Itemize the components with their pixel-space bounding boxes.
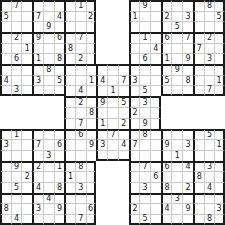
cell-r7c16[interactable] xyxy=(161,64,172,75)
cell-r19c1[interactable] xyxy=(0,193,11,204)
cell-r12c15[interactable] xyxy=(150,118,161,129)
cell-r13c18[interactable] xyxy=(182,129,193,140)
cell-r19c14[interactable] xyxy=(139,193,150,204)
cell-r2c1[interactable]: 5 xyxy=(0,11,11,22)
cell-r6c15[interactable] xyxy=(150,53,161,64)
cell-r16c20[interactable]: 3 xyxy=(204,161,215,172)
cell-r1c5[interactable] xyxy=(43,0,54,11)
cell-r12c12[interactable]: 2 xyxy=(118,118,129,129)
cell-r10c9[interactable] xyxy=(86,96,97,107)
cell-r3c1[interactable] xyxy=(0,21,11,32)
cell-r16c1[interactable] xyxy=(0,161,11,172)
cell-r4c6[interactable]: 6 xyxy=(54,32,65,43)
cell-r13c12[interactable] xyxy=(118,129,129,140)
cell-r9c8[interactable]: 4 xyxy=(75,85,86,96)
cell-r12c14[interactable]: 9 xyxy=(139,118,150,129)
cell-r15c16[interactable] xyxy=(161,150,172,161)
cell-r6c13[interactable] xyxy=(129,53,140,64)
cell-r18c20[interactable]: 4 xyxy=(204,182,215,193)
cell-r21c1[interactable] xyxy=(0,214,11,225)
cell-r2c21[interactable]: 5 xyxy=(214,11,225,22)
cell-r20c16[interactable]: 4 xyxy=(161,203,172,214)
cell-r7c9[interactable] xyxy=(86,64,97,75)
cell-r15c4[interactable] xyxy=(32,150,43,161)
cell-r5c20[interactable] xyxy=(204,43,215,54)
cell-r18c1[interactable] xyxy=(0,182,11,193)
cell-r19c2[interactable] xyxy=(11,193,22,204)
cell-r16c18[interactable]: 4 xyxy=(182,161,193,172)
cell-r18c3[interactable] xyxy=(21,182,32,193)
cell-r13c3[interactable] xyxy=(21,129,32,140)
cell-r16c4[interactable]: 2 xyxy=(32,161,43,172)
cell-r9c21[interactable] xyxy=(214,85,225,96)
cell-r15c20[interactable] xyxy=(204,150,215,161)
cell-r11c7[interactable] xyxy=(64,107,75,118)
cell-r19c15[interactable] xyxy=(150,193,161,204)
cell-r13c13[interactable] xyxy=(129,129,140,140)
cell-r10c14[interactable]: 3 xyxy=(139,96,150,107)
cell-r8c18[interactable]: 8 xyxy=(182,75,193,86)
cell-r13c15[interactable] xyxy=(150,129,161,140)
cell-r20c7[interactable] xyxy=(64,203,75,214)
cell-r13c19[interactable] xyxy=(193,129,204,140)
cell-r5c3[interactable]: 1 xyxy=(21,43,32,54)
cell-r7c1[interactable] xyxy=(0,64,11,75)
cell-r3c14[interactable] xyxy=(139,21,150,32)
cell-r5c19[interactable]: 7 xyxy=(193,43,204,54)
cell-r13c17[interactable] xyxy=(171,129,182,140)
cell-r2c9[interactable]: 2 xyxy=(86,11,97,22)
cell-r7c2[interactable] xyxy=(11,64,22,75)
cell-r21c4[interactable] xyxy=(32,214,43,225)
cell-r3c17[interactable]: 5 xyxy=(171,21,182,32)
cell-r8c8[interactable] xyxy=(75,75,86,86)
cell-r9c6[interactable] xyxy=(54,85,65,96)
cell-r21c7[interactable] xyxy=(64,214,75,225)
cell-r11c13[interactable]: 2 xyxy=(129,107,140,118)
cell-r5c7[interactable]: 8 xyxy=(64,43,75,54)
cell-r15c19[interactable] xyxy=(193,150,204,161)
cell-r17c3[interactable]: 2 xyxy=(21,171,32,182)
cell-r5c13[interactable] xyxy=(129,43,140,54)
cell-r6c20[interactable]: 3 xyxy=(204,53,215,64)
cell-r15c2[interactable] xyxy=(11,150,22,161)
cell-r17c1[interactable] xyxy=(0,171,11,182)
cell-r5c9[interactable] xyxy=(86,43,97,54)
cell-r5c15[interactable]: 4 xyxy=(150,43,161,54)
cell-r16c16[interactable]: 6 xyxy=(161,161,172,172)
cell-r17c16[interactable] xyxy=(161,171,172,182)
cell-r9c11[interactable]: 1 xyxy=(107,85,118,96)
cell-r6c5[interactable] xyxy=(43,53,54,64)
cell-r4c17[interactable] xyxy=(171,32,182,43)
cell-r3c2[interactable] xyxy=(11,21,22,32)
cell-r3c15[interactable] xyxy=(150,21,161,32)
cell-r9c16[interactable] xyxy=(161,85,172,96)
cell-r16c5[interactable] xyxy=(43,161,54,172)
cell-r15c9[interactable] xyxy=(86,150,97,161)
cell-r19c19[interactable] xyxy=(193,193,204,204)
cell-r19c6[interactable] xyxy=(54,193,65,204)
cell-r7c6[interactable] xyxy=(54,64,65,75)
cell-r1c7[interactable] xyxy=(64,0,75,11)
cell-r5c1[interactable] xyxy=(0,43,11,54)
cell-r19c17[interactable]: 3 xyxy=(171,193,182,204)
cell-r3c16[interactable] xyxy=(161,21,172,32)
cell-r4c16[interactable]: 6 xyxy=(161,32,172,43)
cell-r4c9[interactable] xyxy=(86,32,97,43)
cell-r12c10[interactable]: 1 xyxy=(96,118,107,129)
cell-r17c19[interactable]: 8 xyxy=(193,171,204,182)
cell-r21c21[interactable] xyxy=(214,214,225,225)
cell-r16c8[interactable]: 8 xyxy=(75,161,86,172)
cell-r17c17[interactable] xyxy=(171,171,182,182)
cell-r11c11[interactable] xyxy=(107,107,118,118)
cell-r2c6[interactable]: 4 xyxy=(54,11,65,22)
cell-r13c1[interactable] xyxy=(0,129,11,140)
cell-r20c3[interactable] xyxy=(21,203,32,214)
cell-r17c21[interactable] xyxy=(214,171,225,182)
cell-r6c14[interactable]: 6 xyxy=(139,53,150,64)
cell-r17c2[interactable] xyxy=(11,171,22,182)
cell-r21c20[interactable]: 8 xyxy=(204,214,215,225)
cell-r11c9[interactable]: 8 xyxy=(86,107,97,118)
cell-r8c19[interactable] xyxy=(193,75,204,86)
cell-r3c7[interactable] xyxy=(64,21,75,32)
cell-r4c1[interactable] xyxy=(0,32,11,43)
cell-r21c16[interactable] xyxy=(161,214,172,225)
cell-r14c3[interactable] xyxy=(21,139,32,150)
cell-r19c4[interactable] xyxy=(32,193,43,204)
cell-r20c8[interactable] xyxy=(75,203,86,214)
cell-r17c9[interactable] xyxy=(86,171,97,182)
cell-r20c18[interactable]: 9 xyxy=(182,203,193,214)
cell-r1c19[interactable] xyxy=(193,0,204,11)
cell-r11c8[interactable] xyxy=(75,107,86,118)
cell-r6c3[interactable] xyxy=(21,53,32,64)
cell-r2c19[interactable] xyxy=(193,11,204,22)
cell-r5c18[interactable] xyxy=(182,43,193,54)
cell-r21c3[interactable] xyxy=(21,214,32,225)
cell-r20c9[interactable]: 6 xyxy=(86,203,97,214)
cell-r8c14[interactable] xyxy=(139,75,150,86)
cell-r21c14[interactable]: 5 xyxy=(139,214,150,225)
cell-r4c2[interactable]: 2 xyxy=(11,32,22,43)
cell-r9c17[interactable] xyxy=(171,85,182,96)
cell-r4c14[interactable]: 1 xyxy=(139,32,150,43)
cell-r6c19[interactable] xyxy=(193,53,204,64)
cell-r6c21[interactable] xyxy=(214,53,225,64)
cell-r20c17[interactable] xyxy=(171,203,182,214)
cell-r5c8[interactable] xyxy=(75,43,86,54)
cell-r3c13[interactable] xyxy=(129,21,140,32)
cell-r15c11[interactable] xyxy=(107,150,118,161)
cell-r21c8[interactable]: 7 xyxy=(75,214,86,225)
cell-r3c3[interactable] xyxy=(21,21,32,32)
cell-r20c21[interactable]: 3 xyxy=(214,203,225,214)
cell-r7c13[interactable] xyxy=(129,64,140,75)
cell-r3c4[interactable] xyxy=(32,21,43,32)
cell-r14c11[interactable] xyxy=(107,139,118,150)
cell-r15c1[interactable] xyxy=(0,150,11,161)
cell-r11c15[interactable] xyxy=(150,107,161,118)
cell-r8c13[interactable]: 3 xyxy=(129,75,140,86)
cell-r13c16[interactable] xyxy=(161,129,172,140)
cell-r7c4[interactable] xyxy=(32,64,43,75)
cell-r17c6[interactable] xyxy=(54,171,65,182)
cell-r8c6[interactable]: 5 xyxy=(54,75,65,86)
cell-r15c5[interactable]: 3 xyxy=(43,150,54,161)
cell-r3c5[interactable]: 9 xyxy=(43,21,54,32)
cell-r9c12[interactable] xyxy=(118,85,129,96)
cell-r13c8[interactable]: 6 xyxy=(75,129,86,140)
cell-r8c4[interactable]: 3 xyxy=(32,75,43,86)
cell-r21c5[interactable] xyxy=(43,214,54,225)
cell-r6c4[interactable]: 1 xyxy=(32,53,43,64)
cell-r16c15[interactable] xyxy=(150,161,161,172)
cell-r9c2[interactable]: 3 xyxy=(11,85,22,96)
cell-r18c17[interactable] xyxy=(171,182,182,193)
cell-r2c5[interactable] xyxy=(43,11,54,22)
cell-r1c18[interactable] xyxy=(182,0,193,11)
cell-r17c13[interactable] xyxy=(129,171,140,182)
cell-r9c20[interactable]: 7 xyxy=(204,85,215,96)
cell-r5c14[interactable] xyxy=(139,43,150,54)
cell-r8c20[interactable] xyxy=(204,75,215,86)
cell-r9c14[interactable]: 5 xyxy=(139,85,150,96)
cell-r15c17[interactable]: 1 xyxy=(171,150,182,161)
cell-r18c7[interactable] xyxy=(64,182,75,193)
cell-r14c20[interactable] xyxy=(204,139,215,150)
cell-r18c5[interactable] xyxy=(43,182,54,193)
cell-r4c15[interactable] xyxy=(150,32,161,43)
cell-r1c17[interactable] xyxy=(171,0,182,11)
cell-r2c20[interactable] xyxy=(204,11,215,22)
cell-r18c4[interactable]: 4 xyxy=(32,182,43,193)
cell-r9c13[interactable] xyxy=(129,85,140,96)
cell-r17c5[interactable] xyxy=(43,171,54,182)
cell-r18c16[interactable]: 8 xyxy=(161,182,172,193)
cell-r1c3[interactable] xyxy=(21,0,32,11)
cell-r13c20[interactable]: 5 xyxy=(204,129,215,140)
cell-r13c6[interactable] xyxy=(54,129,65,140)
cell-r18c15[interactable] xyxy=(150,182,161,193)
cell-r20c13[interactable]: 2 xyxy=(129,203,140,214)
cell-r3c20[interactable] xyxy=(204,21,215,32)
cell-r10c15[interactable] xyxy=(150,96,161,107)
cell-r14c7[interactable] xyxy=(64,139,75,150)
cell-r9c10[interactable] xyxy=(96,85,107,96)
cell-r15c8[interactable] xyxy=(75,150,86,161)
cell-r10c10[interactable]: 9 xyxy=(96,96,107,107)
cell-r21c9[interactable] xyxy=(86,214,97,225)
cell-r15c13[interactable] xyxy=(129,150,140,161)
cell-r4c21[interactable] xyxy=(214,32,225,43)
cell-r7c10[interactable] xyxy=(96,64,107,75)
cell-r13c9[interactable] xyxy=(86,129,97,140)
cell-r5c16[interactable] xyxy=(161,43,172,54)
cell-r3c19[interactable] xyxy=(193,21,204,32)
cell-r18c21[interactable] xyxy=(214,182,225,193)
cell-r5c6[interactable] xyxy=(54,43,65,54)
cell-r19c13[interactable] xyxy=(129,193,140,204)
cell-r6c8[interactable]: 2 xyxy=(75,53,86,64)
cell-r6c18[interactable]: 9 xyxy=(182,53,193,64)
cell-r14c18[interactable]: 3 xyxy=(182,139,193,150)
cell-r14c15[interactable] xyxy=(150,139,161,150)
cell-r18c14[interactable]: 3 xyxy=(139,182,150,193)
cell-r10c7[interactable] xyxy=(64,96,75,107)
cell-r18c6[interactable]: 8 xyxy=(54,182,65,193)
cell-r10c12[interactable]: 5 xyxy=(118,96,129,107)
cell-r2c18[interactable]: 3 xyxy=(182,11,193,22)
cell-r12c11[interactable] xyxy=(107,118,118,129)
cell-r13c11[interactable]: 7 xyxy=(107,129,118,140)
cell-r4c5[interactable] xyxy=(43,32,54,43)
cell-r3c8[interactable] xyxy=(75,21,86,32)
cell-r8c2[interactable] xyxy=(11,75,22,86)
cell-r13c5[interactable] xyxy=(43,129,54,140)
cell-r1c16[interactable] xyxy=(161,0,172,11)
cell-r16c17[interactable] xyxy=(171,161,182,172)
cell-r20c6[interactable]: 9 xyxy=(54,203,65,214)
cell-r8c1[interactable]: 4 xyxy=(0,75,11,86)
cell-r20c2[interactable] xyxy=(11,203,22,214)
cell-r18c13[interactable] xyxy=(129,182,140,193)
cell-r19c18[interactable] xyxy=(182,193,193,204)
cell-r14c5[interactable] xyxy=(43,139,54,150)
cell-r20c14[interactable] xyxy=(139,203,150,214)
cell-r14c16[interactable]: 9 xyxy=(161,139,172,150)
cell-r7c18[interactable] xyxy=(182,64,193,75)
cell-r17c4[interactable] xyxy=(32,171,43,182)
cell-r7c11[interactable] xyxy=(107,64,118,75)
cell-r8c10[interactable]: 4 xyxy=(96,75,107,86)
cell-r7c8[interactable] xyxy=(75,64,86,75)
cell-r7c17[interactable]: 9 xyxy=(171,64,182,75)
cell-r7c15[interactable] xyxy=(150,64,161,75)
cell-r21c2[interactable]: 4 xyxy=(11,214,22,225)
cell-r12c7[interactable] xyxy=(64,118,75,129)
cell-r7c21[interactable] xyxy=(214,64,225,75)
cell-r15c21[interactable] xyxy=(214,150,225,161)
cell-r1c8[interactable]: 1 xyxy=(75,0,86,11)
cell-r19c16[interactable] xyxy=(161,193,172,204)
cell-r14c14[interactable] xyxy=(139,139,150,150)
cell-r18c18[interactable]: 2 xyxy=(182,182,193,193)
cell-r10c11[interactable] xyxy=(107,96,118,107)
cell-r19c7[interactable] xyxy=(64,193,75,204)
cell-r7c5[interactable]: 8 xyxy=(43,64,54,75)
cell-r10c13[interactable] xyxy=(129,96,140,107)
cell-r13c14[interactable]: 8 xyxy=(139,129,150,140)
cell-r15c7[interactable] xyxy=(64,150,75,161)
cell-r2c2[interactable] xyxy=(11,11,22,22)
cell-r1c9[interactable] xyxy=(86,0,97,11)
cell-r4c19[interactable] xyxy=(193,32,204,43)
cell-r11c10[interactable] xyxy=(96,107,107,118)
cell-r6c16[interactable]: 1 xyxy=(161,53,172,64)
cell-r14c13[interactable]: 7 xyxy=(129,139,140,150)
cell-r16c6[interactable]: 1 xyxy=(54,161,65,172)
cell-r8c5[interactable] xyxy=(43,75,54,86)
cell-r2c17[interactable] xyxy=(171,11,182,22)
cell-r20c5[interactable] xyxy=(43,203,54,214)
cell-r4c7[interactable] xyxy=(64,32,75,43)
cell-r7c20[interactable] xyxy=(204,64,215,75)
cell-r8c7[interactable] xyxy=(64,75,75,86)
cell-r9c7[interactable] xyxy=(64,85,75,96)
cell-r9c1[interactable] xyxy=(0,85,11,96)
cell-r16c7[interactable] xyxy=(64,161,75,172)
cell-r15c3[interactable] xyxy=(21,150,32,161)
cell-r8c9[interactable]: 1 xyxy=(86,75,97,86)
cell-r13c7[interactable] xyxy=(64,129,75,140)
cell-r13c2[interactable]: 1 xyxy=(11,129,22,140)
cell-r14c8[interactable] xyxy=(75,139,86,150)
cell-r9c3[interactable] xyxy=(21,85,32,96)
cell-r14c12[interactable]: 4 xyxy=(118,139,129,150)
cell-r18c19[interactable] xyxy=(193,182,204,193)
cell-r21c13[interactable] xyxy=(129,214,140,225)
cell-r9c18[interactable] xyxy=(182,85,193,96)
cell-r5c17[interactable] xyxy=(171,43,182,54)
cell-r3c6[interactable] xyxy=(54,21,65,32)
cell-r14c2[interactable] xyxy=(11,139,22,150)
cell-r16c2[interactable]: 9 xyxy=(11,161,22,172)
cell-r18c2[interactable]: 5 xyxy=(11,182,22,193)
cell-r6c17[interactable] xyxy=(171,53,182,64)
cell-r6c1[interactable] xyxy=(0,53,11,64)
cell-r7c3[interactable] xyxy=(21,64,32,75)
cell-r8c17[interactable] xyxy=(171,75,182,86)
cell-r18c8[interactable]: 3 xyxy=(75,182,86,193)
cell-r9c4[interactable] xyxy=(32,85,43,96)
cell-r14c1[interactable]: 3 xyxy=(0,139,11,150)
cell-r8c15[interactable] xyxy=(150,75,161,86)
cell-r14c21[interactable]: 1 xyxy=(214,139,225,150)
cell-r18c9[interactable] xyxy=(86,182,97,193)
cell-r19c21[interactable] xyxy=(214,193,225,204)
cell-r10c8[interactable]: 2 xyxy=(75,96,86,107)
cell-r6c6[interactable]: 8 xyxy=(54,53,65,64)
cell-r15c6[interactable] xyxy=(54,150,65,161)
cell-r21c15[interactable] xyxy=(150,214,161,225)
cell-r17c15[interactable]: 6 xyxy=(150,171,161,182)
cell-r20c1[interactable]: 8 xyxy=(0,203,11,214)
cell-r21c17[interactable] xyxy=(171,214,182,225)
cell-r7c7[interactable] xyxy=(64,64,75,75)
cell-r14c4[interactable]: 7 xyxy=(32,139,43,150)
cell-r4c13[interactable] xyxy=(129,32,140,43)
cell-r4c4[interactable]: 9 xyxy=(32,32,43,43)
cell-r2c13[interactable]: 1 xyxy=(129,11,140,22)
cell-r17c8[interactable] xyxy=(75,171,86,182)
cell-r2c15[interactable] xyxy=(150,11,161,22)
cell-r6c7[interactable] xyxy=(64,53,75,64)
cell-r5c5[interactable] xyxy=(43,43,54,54)
cell-r14c6[interactable]: 6 xyxy=(54,139,65,150)
cell-r1c1[interactable] xyxy=(0,0,11,11)
cell-r13c21[interactable] xyxy=(214,129,225,140)
cell-r9c9[interactable] xyxy=(86,85,97,96)
cell-r16c9[interactable] xyxy=(86,161,97,172)
cell-r17c20[interactable] xyxy=(204,171,215,182)
cell-r1c21[interactable] xyxy=(214,0,225,11)
cell-r19c3[interactable] xyxy=(21,193,32,204)
cell-r13c10[interactable] xyxy=(96,129,107,140)
cell-r1c4[interactable] xyxy=(32,0,43,11)
